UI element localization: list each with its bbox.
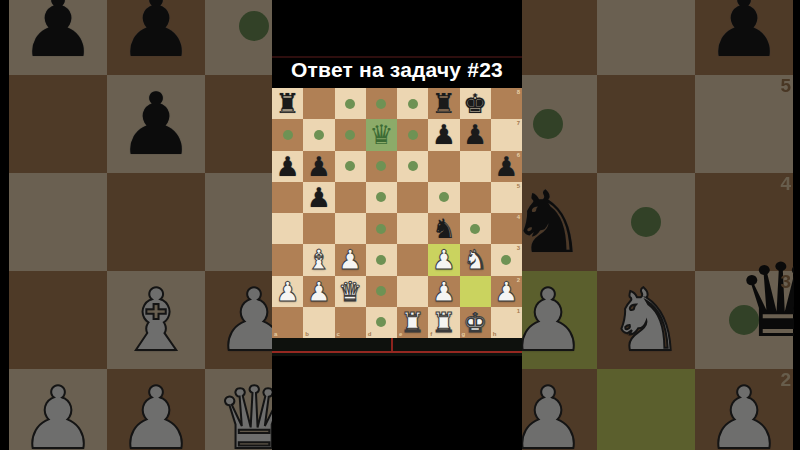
- square-f2[interactable]: ♟: [428, 276, 459, 307]
- white-knight-g3: ♞: [607, 277, 684, 363]
- red-frame-line-horizontal: [272, 351, 522, 353]
- black-king-g8[interactable]: ♚: [463, 90, 487, 117]
- black-pawn-f7[interactable]: ♟: [432, 121, 456, 148]
- move-dot-d6[interactable]: [376, 161, 386, 171]
- white-rook-f1[interactable]: ♜: [432, 309, 456, 336]
- square-b3[interactable]: ♝: [303, 244, 334, 275]
- coordinate-rank-5: 5: [780, 76, 791, 95]
- background-black-queen: ♛: [735, 250, 800, 352]
- right-black-bar: [794, 0, 800, 450]
- square-g5[interactable]: [460, 182, 491, 213]
- square-a4[interactable]: [272, 213, 303, 244]
- hint-green-queen-d7: ♛: [369, 121, 393, 148]
- square-g3[interactable]: ♞: [460, 244, 491, 275]
- square-g2: [597, 369, 695, 450]
- square-e7[interactable]: [397, 119, 428, 150]
- white-king-g1[interactable]: ♚: [463, 309, 487, 336]
- coordinate-rank-6: 6: [517, 152, 520, 158]
- move-dot-b7[interactable]: [314, 130, 324, 140]
- square-a8[interactable]: ♜: [272, 88, 303, 119]
- square-g6[interactable]: [460, 151, 491, 182]
- move-dot-f5[interactable]: [439, 192, 449, 202]
- square-h7[interactable]: 7: [491, 119, 522, 150]
- square-a2: ♟: [9, 369, 107, 450]
- square-d3[interactable]: [366, 244, 397, 275]
- square-g3: ♞: [597, 271, 695, 369]
- white-pawn-a2: ♟: [19, 375, 96, 450]
- square-b4: [107, 173, 205, 271]
- coordinate-rank-1: 1: [517, 308, 520, 314]
- move-dot-d8[interactable]: [376, 99, 386, 109]
- square-d7[interactable]: ♛: [366, 119, 397, 150]
- square-e8[interactable]: [397, 88, 428, 119]
- coordinate-rank-4: 4: [780, 174, 791, 193]
- black-pawn-h6: ♟: [705, 0, 782, 69]
- red-frame-line-vertical: [391, 338, 393, 351]
- square-f6[interactable]: [428, 151, 459, 182]
- square-b8[interactable]: [303, 88, 334, 119]
- move-dot-g4: [631, 207, 661, 237]
- square-b4[interactable]: [303, 213, 334, 244]
- coordinate-rank-2: 2: [780, 370, 791, 389]
- square-h2: ♟2: [695, 369, 793, 450]
- white-pawn-b2: ♟: [117, 375, 194, 450]
- coordinate-rank-3: 3: [517, 245, 520, 251]
- square-d1[interactable]: d: [366, 307, 397, 338]
- below-board-bar: [272, 338, 522, 356]
- square-a4: [9, 173, 107, 271]
- coordinate-file-f: f: [430, 331, 432, 337]
- square-e5[interactable]: [397, 182, 428, 213]
- move-dot-c6: [239, 11, 269, 41]
- coordinate-rank-4: 4: [517, 214, 520, 220]
- square-c2[interactable]: ♛: [335, 276, 366, 307]
- square-e4[interactable]: [397, 213, 428, 244]
- square-c7[interactable]: [335, 119, 366, 150]
- square-h5[interactable]: 5: [491, 182, 522, 213]
- video-title: Ответ на задачу #23: [260, 58, 534, 82]
- square-h3[interactable]: 3: [491, 244, 522, 275]
- square-d6[interactable]: [366, 151, 397, 182]
- white-queen-c2[interactable]: ♛: [338, 278, 362, 305]
- square-a6[interactable]: ♟: [272, 151, 303, 182]
- square-a6: ♟: [9, 0, 107, 75]
- square-g4: [597, 173, 695, 271]
- move-dot-d4[interactable]: [376, 224, 386, 234]
- black-knight-f4[interactable]: ♞: [432, 215, 456, 242]
- white-pawn-b2[interactable]: ♟: [307, 278, 331, 305]
- white-pawn-f3[interactable]: ♟: [432, 246, 456, 273]
- square-f7[interactable]: ♟: [428, 119, 459, 150]
- square-a1[interactable]: a: [272, 307, 303, 338]
- square-a7[interactable]: [272, 119, 303, 150]
- square-e1[interactable]: ♜e: [397, 307, 428, 338]
- coordinate-file-c: c: [337, 331, 340, 337]
- square-g6: [597, 0, 695, 75]
- square-h6: ♟6: [695, 0, 793, 75]
- coordinate-file-h: h: [493, 331, 497, 337]
- square-a5: [9, 75, 107, 173]
- square-a2[interactable]: ♟: [272, 276, 303, 307]
- move-dot-f5: [533, 109, 563, 139]
- white-pawn-c3[interactable]: ♟: [338, 246, 362, 273]
- coordinate-file-d: d: [368, 331, 372, 337]
- square-b7[interactable]: [303, 119, 334, 150]
- square-b5: ♟: [107, 75, 205, 173]
- white-rook-e1[interactable]: ♜: [401, 309, 425, 336]
- black-pawn-b5: ♟: [117, 81, 194, 167]
- black-rook-a8[interactable]: ♜: [276, 90, 300, 117]
- white-pawn-h2: ♟: [705, 375, 782, 450]
- square-c3[interactable]: ♟: [335, 244, 366, 275]
- square-h1[interactable]: 1h: [491, 307, 522, 338]
- move-dot-g4[interactable]: [470, 224, 480, 234]
- square-f5[interactable]: [428, 182, 459, 213]
- square-b5[interactable]: ♟: [303, 182, 334, 213]
- coordinate-file-e: e: [399, 331, 402, 337]
- square-b3: ♝: [107, 271, 205, 369]
- square-a3[interactable]: [272, 244, 303, 275]
- square-d2[interactable]: [366, 276, 397, 307]
- coordinate-file-a: a: [274, 331, 277, 337]
- square-f3[interactable]: ♟: [428, 244, 459, 275]
- move-dot-d5[interactable]: [376, 192, 386, 202]
- black-rook-f8[interactable]: ♜: [432, 90, 456, 117]
- square-f1[interactable]: ♜f: [428, 307, 459, 338]
- white-pawn-a2[interactable]: ♟: [276, 278, 300, 305]
- move-dot-d3[interactable]: [376, 255, 386, 265]
- square-c8[interactable]: [335, 88, 366, 119]
- white-bishop-b3: ♝: [117, 277, 194, 363]
- square-c6[interactable]: [335, 151, 366, 182]
- coordinate-rank-5: 5: [517, 183, 520, 189]
- black-pawn-b6[interactable]: ♟: [307, 153, 331, 180]
- square-b6: ♟: [107, 0, 205, 75]
- black-pawn-a6[interactable]: ♟: [276, 153, 300, 180]
- square-g7[interactable]: ♟: [460, 119, 491, 150]
- square-g5: [597, 75, 695, 173]
- black-pawn-b5[interactable]: ♟: [307, 184, 331, 211]
- move-dot-h3[interactable]: [501, 255, 511, 265]
- black-pawn-a6: ♟: [19, 0, 96, 69]
- coordinate-rank-2: 2: [517, 277, 520, 283]
- coordinate-file-b: b: [305, 331, 309, 337]
- square-b1[interactable]: b: [303, 307, 334, 338]
- square-a5[interactable]: [272, 182, 303, 213]
- coordinate-rank-8: 8: [517, 89, 520, 95]
- square-c4[interactable]: [335, 213, 366, 244]
- white-pawn-f2[interactable]: ♟: [432, 278, 456, 305]
- move-dot-a7[interactable]: [283, 130, 293, 140]
- white-knight-g3[interactable]: ♞: [463, 246, 487, 273]
- square-d8[interactable]: [366, 88, 397, 119]
- move-dot-c7[interactable]: [345, 130, 355, 140]
- move-dot-d1[interactable]: [376, 317, 386, 327]
- black-pawn-h6[interactable]: ♟: [494, 153, 518, 180]
- square-d4[interactable]: [366, 213, 397, 244]
- square-h6[interactable]: ♟6: [491, 151, 522, 182]
- square-h8[interactable]: 8: [491, 88, 522, 119]
- square-g4[interactable]: [460, 213, 491, 244]
- coordinate-rank-7: 7: [517, 120, 520, 126]
- black-pawn-g7[interactable]: ♟: [463, 121, 487, 148]
- move-dot-d2[interactable]: [376, 286, 386, 296]
- square-e2[interactable]: [397, 276, 428, 307]
- square-b2[interactable]: ♟: [303, 276, 334, 307]
- square-f8[interactable]: ♜: [428, 88, 459, 119]
- square-b6[interactable]: ♟: [303, 151, 334, 182]
- square-h4[interactable]: 4: [491, 213, 522, 244]
- black-pawn-b6: ♟: [117, 0, 194, 69]
- square-a3: [9, 271, 107, 369]
- move-dot-e7[interactable]: [408, 130, 418, 140]
- video-strip: Ответ на задачу #23 ♜♜♚8♛♟♟7♟♟♟6♟5♞4♝♟♟♞…: [272, 0, 522, 450]
- square-c5[interactable]: [335, 182, 366, 213]
- square-h2[interactable]: ♟2: [491, 276, 522, 307]
- square-b2: ♟: [107, 369, 205, 450]
- white-bishop-b3[interactable]: ♝: [307, 246, 331, 273]
- coordinate-rank-3: 3: [780, 272, 791, 291]
- square-e3[interactable]: [397, 244, 428, 275]
- move-dot-c8[interactable]: [345, 99, 355, 109]
- square-d5[interactable]: [366, 182, 397, 213]
- chess-board[interactable]: ♜♜♚8♛♟♟7♟♟♟6♟5♞4♝♟♟♞3♟♟♛♟♟2abcd♜e♜f♚g1h: [272, 88, 522, 338]
- square-g2[interactable]: [460, 276, 491, 307]
- square-g1[interactable]: ♚g: [460, 307, 491, 338]
- move-dot-c6[interactable]: [345, 161, 355, 171]
- white-pawn-h2[interactable]: ♟: [494, 278, 518, 305]
- move-dot-e6[interactable]: [408, 161, 418, 171]
- move-dot-e8[interactable]: [408, 99, 418, 109]
- square-e6[interactable]: [397, 151, 428, 182]
- coordinate-file-g: g: [462, 331, 466, 337]
- square-g8[interactable]: ♚: [460, 88, 491, 119]
- square-h5: 5: [695, 75, 793, 173]
- square-c1[interactable]: c: [335, 307, 366, 338]
- square-f4[interactable]: ♞: [428, 213, 459, 244]
- left-black-bar: [0, 0, 9, 450]
